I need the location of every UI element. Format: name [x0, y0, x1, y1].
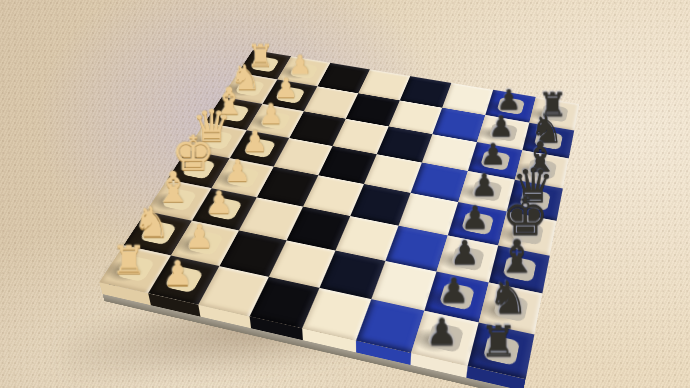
piece-white-pawn-h2[interactable]: ♟ — [163, 257, 193, 291]
piece-black-pawn-g7[interactable]: ♟ — [438, 274, 469, 308]
piece-white-rook-h1[interactable]: ♜ — [111, 241, 146, 280]
piece-black-rook-h8[interactable]: ♜ — [480, 321, 518, 363]
piece-black-pawn-h7[interactable]: ♟ — [426, 314, 458, 350]
piece-black-knight-g8[interactable]: ♞ — [488, 275, 529, 320]
piece-black-pawn-f7[interactable]: ♟ — [450, 236, 480, 269]
piece-white-pawn-g2[interactable]: ♟ — [185, 221, 214, 253]
chess-scene: ♜♟♟♜♞♟♟♞♝♟♟♝♛♟♟♛♚♟♟♚♝♟♟♝♞♟♟♞♜♟♟♜ — [172, 0, 556, 376]
piece-black-pawn-c7[interactable]: ♟ — [480, 140, 506, 169]
chess-board: ♜♟♟♜♞♟♟♞♝♟♟♝♛♟♟♛♚♟♟♚♝♟♟♝♞♟♟♞♜♟♟♜ — [99, 50, 579, 379]
render-background: { "game": "chess", "position": { "fen": … — [0, 0, 690, 388]
piece-black-pawn-e7[interactable]: ♟ — [461, 202, 489, 234]
piece-white-pawn-f2[interactable]: ♟ — [205, 187, 233, 218]
square-c5[interactable] — [377, 126, 433, 162]
piece-white-pawn-d2[interactable]: ♟ — [242, 127, 268, 156]
piece-white-pawn-e2[interactable]: ♟ — [224, 156, 251, 186]
piece-black-pawn-d7[interactable]: ♟ — [471, 169, 498, 200]
